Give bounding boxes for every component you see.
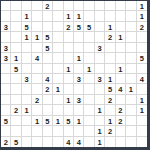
given-digit: 4 xyxy=(45,75,49,83)
cell-r5c8[interactable] xyxy=(74,43,84,53)
cell-r3c10[interactable] xyxy=(95,22,105,32)
puzzle-grid: 2111113525512115213533141551113433142154… xyxy=(0,0,150,150)
cell-r13c9[interactable] xyxy=(84,126,94,136)
given-digit: 1 xyxy=(118,65,122,73)
cell-r2c11[interactable] xyxy=(105,11,115,21)
cell-r12c12: 2 xyxy=(116,116,126,126)
cell-r11c6[interactable] xyxy=(53,105,63,115)
cell-r2c13[interactable] xyxy=(126,11,136,21)
given-digit: 1 xyxy=(66,13,70,21)
given-digit: 5 xyxy=(14,65,18,73)
given-digit: 5 xyxy=(66,117,70,125)
cell-r12c3[interactable] xyxy=(22,116,32,126)
cell-r8c11: 1 xyxy=(105,74,115,84)
given-digit: 4 xyxy=(66,139,70,147)
given-digit: 1 xyxy=(140,13,144,21)
cell-r2c1[interactable] xyxy=(1,11,11,21)
cell-r11c5[interactable] xyxy=(43,105,53,115)
cell-r5c13[interactable] xyxy=(126,43,136,53)
cell-r4c4: 1 xyxy=(32,32,42,42)
cell-r4c14[interactable] xyxy=(137,32,147,42)
given-digit: 5 xyxy=(140,55,144,63)
given-digit: 2 xyxy=(118,107,122,115)
given-digit: 1 xyxy=(66,96,70,104)
cell-r7c9: 1 xyxy=(84,64,94,74)
cell-r3c5[interactable] xyxy=(43,22,53,32)
cell-r14c8: 4 xyxy=(74,137,84,147)
cell-r6c7[interactable] xyxy=(64,53,74,63)
cell-r4c9[interactable] xyxy=(84,32,94,42)
cell-r7c5[interactable] xyxy=(43,64,53,74)
cell-r9c7[interactable] xyxy=(64,84,74,94)
cell-r10c11: 2 xyxy=(105,95,115,105)
cell-r6c8: 1 xyxy=(74,53,84,63)
cell-r4c3: 1 xyxy=(22,32,32,42)
given-digit: 1 xyxy=(129,86,133,94)
cell-r7c7: 1 xyxy=(64,64,74,74)
cell-r6c1: 3 xyxy=(1,53,11,63)
cell-r8c7[interactable] xyxy=(64,74,74,84)
given-digit: 1 xyxy=(35,117,39,125)
given-digit: 4 xyxy=(118,86,122,94)
given-digit: 5 xyxy=(24,23,28,31)
cell-r4c8[interactable] xyxy=(74,32,84,42)
cell-r3c6[interactable] xyxy=(53,22,63,32)
cell-r11c3: 1 xyxy=(22,105,32,115)
given-digit: 5 xyxy=(4,117,8,125)
cell-r11c9[interactable] xyxy=(84,105,94,115)
cell-r12c6: 1 xyxy=(53,116,63,126)
cell-r12c2[interactable] xyxy=(11,116,21,126)
given-digit: 2 xyxy=(108,128,112,136)
cell-r10c14: 1 xyxy=(137,95,147,105)
given-digit: 3 xyxy=(4,55,8,63)
cell-r3c9: 5 xyxy=(84,22,94,32)
cell-r1c1[interactable] xyxy=(1,1,11,11)
given-digit: 1 xyxy=(97,128,101,136)
cell-r3c14: 2 xyxy=(137,22,147,32)
cell-r2c4[interactable] xyxy=(32,11,42,21)
given-digit: 1 xyxy=(118,34,122,42)
given-digit: 1 xyxy=(140,2,144,10)
cell-r7c3[interactable] xyxy=(22,64,32,74)
given-digit: 1 xyxy=(77,117,81,125)
cell-r1c5: 2 xyxy=(43,1,53,11)
cell-r6c10[interactable] xyxy=(95,53,105,63)
cell-r7c10[interactable] xyxy=(95,64,105,74)
cell-r12c5: 5 xyxy=(43,116,53,126)
cell-r9c11: 5 xyxy=(105,84,115,94)
cell-r7c13[interactable] xyxy=(126,64,136,74)
given-digit: 1 xyxy=(108,23,112,31)
cell-r8c10: 3 xyxy=(95,74,105,84)
cell-r14c12[interactable] xyxy=(116,137,126,147)
cell-r1c8[interactable] xyxy=(74,1,84,11)
given-digit: 5 xyxy=(77,23,81,31)
cell-r8c3: 3 xyxy=(22,74,32,84)
cell-r8c8: 3 xyxy=(74,74,84,84)
given-digit: 2 xyxy=(66,23,70,31)
cell-r8c14: 4 xyxy=(137,74,147,84)
cell-r11c1[interactable] xyxy=(1,105,11,115)
given-digit: 3 xyxy=(4,23,8,31)
cell-r1c14: 1 xyxy=(137,1,147,11)
cell-r14c2: 5 xyxy=(11,137,21,147)
cell-r14c6[interactable] xyxy=(53,137,63,147)
cell-r3c4[interactable] xyxy=(32,22,42,32)
cell-r4c10[interactable] xyxy=(95,32,105,42)
cell-r1c2[interactable] xyxy=(11,1,21,11)
cell-r8c13[interactable] xyxy=(126,74,136,84)
cell-r8c6[interactable] xyxy=(53,74,63,84)
cell-r6c14: 5 xyxy=(137,53,147,63)
cell-r12c1: 5 xyxy=(1,116,11,126)
given-digit: 1 xyxy=(97,107,101,115)
given-digit: 2 xyxy=(45,86,49,94)
cell-r8c9[interactable] xyxy=(84,74,94,84)
cell-r2c6[interactable] xyxy=(53,11,63,21)
cell-r14c13[interactable] xyxy=(126,137,136,147)
cell-r2c10[interactable] xyxy=(95,11,105,21)
cell-r14c7: 4 xyxy=(64,137,74,147)
given-digit: 1 xyxy=(35,34,39,42)
cell-r11c14: 1 xyxy=(137,105,147,115)
cell-r7c2: 5 xyxy=(11,64,21,74)
cell-r14c5[interactable] xyxy=(43,137,53,147)
cell-r10c1[interactable] xyxy=(1,95,11,105)
given-digit: 1 xyxy=(77,55,81,63)
cell-r11c10: 1 xyxy=(95,105,105,115)
cell-r12c14[interactable] xyxy=(137,116,147,126)
given-digit: 1 xyxy=(56,117,60,125)
cell-r13c7[interactable] xyxy=(64,126,74,136)
given-digit: 1 xyxy=(97,139,101,147)
cell-r13c2[interactable] xyxy=(11,126,21,136)
cell-r9c9[interactable] xyxy=(84,84,94,94)
cell-r9c4[interactable] xyxy=(32,84,42,94)
cell-r2c5[interactable] xyxy=(43,11,53,21)
given-digit: 1 xyxy=(14,55,18,63)
cell-r11c4[interactable] xyxy=(32,105,42,115)
cell-r6c2: 1 xyxy=(11,53,21,63)
cell-r5c11[interactable] xyxy=(105,43,115,53)
cell-r7c11[interactable] xyxy=(105,64,115,74)
cell-r13c5[interactable] xyxy=(43,126,53,136)
cell-r5c3[interactable] xyxy=(22,43,32,53)
cell-r9c13: 1 xyxy=(126,84,136,94)
cell-r12c7: 5 xyxy=(64,116,74,126)
given-digit: 4 xyxy=(35,55,39,63)
given-digit: 3 xyxy=(97,44,101,52)
cell-r8c12[interactable] xyxy=(116,74,126,84)
cell-r1c10[interactable] xyxy=(95,1,105,11)
cell-r10c2[interactable] xyxy=(11,95,21,105)
cell-r13c12[interactable] xyxy=(116,126,126,136)
cell-r6c13[interactable] xyxy=(126,53,136,63)
cell-r11c13[interactable] xyxy=(126,105,136,115)
cell-r4c1[interactable] xyxy=(1,32,11,42)
cell-r5c10: 3 xyxy=(95,43,105,53)
cell-r7c8[interactable] xyxy=(74,64,84,74)
cell-r3c12[interactable] xyxy=(116,22,126,32)
cell-r13c14[interactable] xyxy=(137,126,147,136)
given-digit: 2 xyxy=(108,34,112,42)
cell-r6c9[interactable] xyxy=(84,53,94,63)
cell-r12c8: 1 xyxy=(74,116,84,126)
cell-r9c12: 4 xyxy=(116,84,126,94)
given-digit: 5 xyxy=(45,34,49,42)
cell-r3c7: 2 xyxy=(64,22,74,32)
cell-r8c4[interactable] xyxy=(32,74,42,84)
cell-r14c10: 1 xyxy=(95,137,105,147)
cell-r4c6[interactable] xyxy=(53,32,63,42)
cell-r5c12[interactable] xyxy=(116,43,126,53)
cell-r2c3: 1 xyxy=(22,11,32,21)
cell-r6c4: 4 xyxy=(32,53,42,63)
given-digit: 5 xyxy=(87,23,91,31)
cell-r9c2[interactable] xyxy=(11,84,21,94)
cell-r1c4[interactable] xyxy=(32,1,42,11)
given-digit: 3 xyxy=(4,44,8,52)
cell-r10c7: 1 xyxy=(64,95,74,105)
cell-r10c8: 3 xyxy=(74,95,84,105)
given-digit: 1 xyxy=(66,65,70,73)
cell-r4c12: 1 xyxy=(116,32,126,42)
cell-r2c2[interactable] xyxy=(11,11,21,21)
cell-r5c5: 5 xyxy=(43,43,53,53)
given-digit: 1 xyxy=(24,13,28,21)
cell-r14c14[interactable] xyxy=(137,137,147,147)
given-digit: 2 xyxy=(14,107,18,115)
cell-r14c4[interactable] xyxy=(32,137,42,147)
cell-r1c7[interactable] xyxy=(64,1,74,11)
cell-r11c2: 2 xyxy=(11,105,21,115)
cell-r14c11[interactable] xyxy=(105,137,115,147)
cell-r10c10[interactable] xyxy=(95,95,105,105)
cell-r3c1: 3 xyxy=(1,22,11,32)
cell-r3c2[interactable] xyxy=(11,22,21,32)
cell-r12c11: 1 xyxy=(105,116,115,126)
cell-r10c12[interactable] xyxy=(116,95,126,105)
cell-r2c9[interactable] xyxy=(84,11,94,21)
cell-r2c12[interactable] xyxy=(116,11,126,21)
cell-r6c6[interactable] xyxy=(53,53,63,63)
cell-r9c3[interactable] xyxy=(22,84,32,94)
cell-r11c11[interactable] xyxy=(105,105,115,115)
cell-r13c3[interactable] xyxy=(22,126,32,136)
cell-r14c9[interactable] xyxy=(84,137,94,147)
cell-r7c12: 1 xyxy=(116,64,126,74)
given-digit: 2 xyxy=(4,139,8,147)
given-digit: 2 xyxy=(108,96,112,104)
cell-r6c12[interactable] xyxy=(116,53,126,63)
cell-r13c6[interactable] xyxy=(53,126,63,136)
cell-r13c11: 2 xyxy=(105,126,115,136)
cell-r10c13[interactable] xyxy=(126,95,136,105)
cell-r4c2[interactable] xyxy=(11,32,21,42)
given-digit: 4 xyxy=(77,139,81,147)
cell-r1c12[interactable] xyxy=(116,1,126,11)
cell-r2c8: 1 xyxy=(74,11,84,21)
cell-r13c13[interactable] xyxy=(126,126,136,136)
given-digit: 1 xyxy=(140,107,144,115)
cell-r10c9[interactable] xyxy=(84,95,94,105)
given-digit: 3 xyxy=(77,96,81,104)
given-digit: 5 xyxy=(45,44,49,52)
cell-r1c6[interactable] xyxy=(53,1,63,11)
cell-r2c7: 1 xyxy=(64,11,74,21)
cell-r4c7[interactable] xyxy=(64,32,74,42)
cell-r7c1[interactable] xyxy=(1,64,11,74)
given-digit: 3 xyxy=(97,75,101,83)
cell-r11c12: 2 xyxy=(116,105,126,115)
cell-r12c10[interactable] xyxy=(95,116,105,126)
given-digit: 5 xyxy=(14,139,18,147)
given-digit: 3 xyxy=(77,75,81,83)
cell-r6c3[interactable] xyxy=(22,53,32,63)
cell-r3c13[interactable] xyxy=(126,22,136,32)
cell-r1c3[interactable] xyxy=(22,1,32,11)
cell-r9c5: 2 xyxy=(43,84,53,94)
cell-r9c14[interactable] xyxy=(137,84,147,94)
cell-r10c4: 2 xyxy=(32,95,42,105)
cell-r11c8[interactable] xyxy=(74,105,84,115)
cell-r2c14: 1 xyxy=(137,11,147,21)
cell-r12c4: 1 xyxy=(32,116,42,126)
cell-r12c9[interactable] xyxy=(84,116,94,126)
cell-r7c6[interactable] xyxy=(53,64,63,74)
cell-r5c14[interactable] xyxy=(137,43,147,53)
cell-r1c13[interactable] xyxy=(126,1,136,11)
cell-r9c6: 1 xyxy=(53,84,63,94)
cell-r14c1: 2 xyxy=(1,137,11,147)
cell-r5c1: 3 xyxy=(1,43,11,53)
given-digit: 1 xyxy=(87,65,91,73)
cell-r8c5: 4 xyxy=(43,74,53,84)
given-digit: 2 xyxy=(118,117,122,125)
given-digit: 4 xyxy=(140,75,144,83)
given-digit: 2 xyxy=(140,23,144,31)
cell-r3c3: 5 xyxy=(22,22,32,32)
given-digit: 1 xyxy=(108,75,112,83)
cell-r9c10[interactable] xyxy=(95,84,105,94)
given-digit: 1 xyxy=(24,107,28,115)
cell-r5c2[interactable] xyxy=(11,43,21,53)
cell-r3c11: 1 xyxy=(105,22,115,32)
cell-r8c1[interactable] xyxy=(1,74,11,84)
given-digit: 1 xyxy=(24,34,28,42)
given-digit: 3 xyxy=(24,75,28,83)
cell-r13c10: 1 xyxy=(95,126,105,136)
cell-r8c2[interactable] xyxy=(11,74,21,84)
cell-r6c5[interactable] xyxy=(43,53,53,63)
cell-r1c11[interactable] xyxy=(105,1,115,11)
cell-r4c13[interactable] xyxy=(126,32,136,42)
cell-r13c8[interactable] xyxy=(74,126,84,136)
cell-r9c8[interactable] xyxy=(74,84,84,94)
given-digit: 1 xyxy=(108,117,112,125)
given-digit: 1 xyxy=(77,13,81,21)
given-digit: 1 xyxy=(56,86,60,94)
cell-r7c14[interactable] xyxy=(137,64,147,74)
cell-r4c5: 5 xyxy=(43,32,53,42)
cell-r5c9[interactable] xyxy=(84,43,94,53)
cell-r3c8: 5 xyxy=(74,22,84,32)
cell-r5c6[interactable] xyxy=(53,43,63,53)
cell-r1c9[interactable] xyxy=(84,1,94,11)
cell-r4c11: 2 xyxy=(105,32,115,42)
cell-r12c13[interactable] xyxy=(126,116,136,126)
cell-r10c5[interactable] xyxy=(43,95,53,105)
cell-r5c4[interactable] xyxy=(32,43,42,53)
given-digit: 1 xyxy=(140,96,144,104)
given-digit: 5 xyxy=(45,117,49,125)
cell-r6c11[interactable] xyxy=(105,53,115,63)
cell-r7c4[interactable] xyxy=(32,64,42,74)
cell-r10c3[interactable] xyxy=(22,95,32,105)
cell-r14c3[interactable] xyxy=(22,137,32,147)
cell-r9c1[interactable] xyxy=(1,84,11,94)
cell-r5c7[interactable] xyxy=(64,43,74,53)
cell-r11c7[interactable] xyxy=(64,105,74,115)
cell-r10c6[interactable] xyxy=(53,95,63,105)
cell-r13c4[interactable] xyxy=(32,126,42,136)
given-digit: 2 xyxy=(35,96,39,104)
given-digit: 2 xyxy=(45,2,49,10)
given-digit: 5 xyxy=(108,86,112,94)
cell-r13c1[interactable] xyxy=(1,126,11,136)
